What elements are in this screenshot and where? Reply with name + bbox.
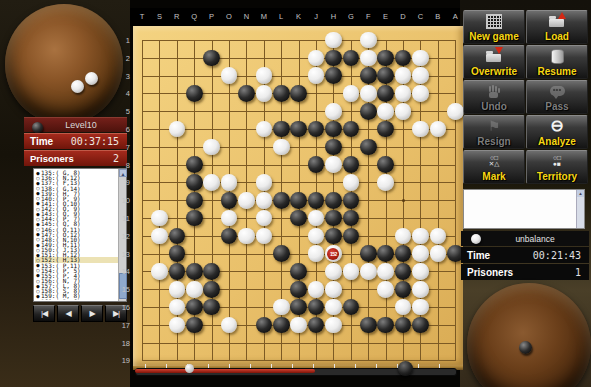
white-stone-C16 — [412, 299, 429, 316]
black-stone-J16 — [308, 299, 325, 316]
black-stone-E13 — [377, 245, 394, 262]
white-stone-M4 — [256, 85, 273, 102]
scrubber-tick — [355, 364, 356, 368]
black-stone-H12 — [325, 228, 342, 245]
grid-line — [142, 343, 456, 344]
white-stone-L7 — [273, 139, 290, 156]
white-stone-C15 — [412, 281, 429, 298]
resume-label: Resume — [527, 66, 587, 77]
column-label-M: M — [259, 12, 269, 21]
action-button-grid: New gameLoadOverwriteResumeUndo•••Pass⚑R… — [463, 10, 588, 184]
time-value: 00:21:43 — [533, 250, 589, 261]
white-stone-C14 — [412, 263, 429, 280]
move-list-item-160[interactable]: ○160:( P, 6) — [35, 299, 118, 300]
black-stone-O12 — [221, 228, 238, 245]
territory-icon: ○□ ●■ — [527, 152, 587, 170]
white-stone-M6 — [256, 121, 273, 138]
black-stone-E17 — [377, 317, 394, 334]
analyze-label: Analyze — [527, 136, 587, 147]
white-stone-C12 — [412, 228, 429, 245]
white-stone-R17 — [169, 317, 186, 334]
row-label-12: 12 — [118, 232, 130, 241]
row-label-8: 8 — [118, 161, 130, 170]
nav-next-button[interactable]: ▶ — [81, 305, 103, 322]
row-label-7: 7 — [118, 143, 130, 152]
resume-button[interactable]: Resume — [526, 45, 588, 79]
row-label-16: 16 — [118, 303, 130, 312]
scrubber-tick — [271, 364, 272, 368]
black-stone-D17 — [395, 317, 412, 334]
black-stone-G10 — [343, 192, 360, 209]
column-label-F: F — [363, 12, 373, 21]
row-label-1: 1 — [118, 36, 130, 45]
white-stone-S12 — [151, 228, 168, 245]
black-stone-H6 — [325, 121, 342, 138]
black-stone-H11 — [325, 210, 342, 227]
white-stone-H5 — [325, 103, 342, 120]
white-stone-J11 — [308, 210, 325, 227]
white-stone-B12 — [430, 228, 447, 245]
black-stone-P16 — [203, 299, 220, 316]
black-stone-D14 — [395, 263, 412, 280]
black-stone-K4 — [290, 85, 307, 102]
info-box-scrollbar[interactable]: ▲ — [576, 190, 584, 228]
scrubber-tick — [208, 364, 209, 368]
white-stone-in-bowl — [85, 72, 98, 85]
row-label-17: 17 — [118, 321, 130, 330]
scroll-up-icon[interactable]: ▲ — [119, 169, 127, 177]
black-stone-R12 — [169, 228, 186, 245]
black-stone-L4 — [273, 85, 290, 102]
black-stone-H7 — [325, 139, 342, 156]
black-stone-G6 — [343, 121, 360, 138]
white-stone-L16 — [273, 299, 290, 316]
black-stone-K10 — [290, 192, 307, 209]
black-stone-Q10 — [186, 192, 203, 209]
white-stone-S11 — [151, 210, 168, 227]
scrubber-tick — [166, 364, 167, 368]
black-stone-Q8 — [186, 156, 203, 173]
black-stone-G12 — [343, 228, 360, 245]
board-column-labels: TSRQPONMLKJHGFEDCBA — [130, 8, 460, 26]
black-stone-C17 — [412, 317, 429, 334]
scroll-up-icon[interactable]: ▲ — [577, 190, 584, 197]
nav-first-button[interactable]: |◀ — [33, 305, 55, 322]
white-stone-K17 — [290, 317, 307, 334]
level-label: Level10 — [35, 120, 127, 130]
black-stone-P14 — [203, 263, 220, 280]
white-stone-bowl — [5, 4, 123, 124]
white-stone-M10 — [256, 192, 273, 209]
row-label-13: 13 — [118, 250, 130, 259]
white-stone-E15 — [377, 281, 394, 298]
white-stone-C3 — [412, 67, 429, 84]
undo-label: Undo — [464, 101, 524, 112]
black-stone-J10 — [308, 192, 325, 209]
black-stone-E8 — [377, 156, 394, 173]
white-stone-R16 — [169, 299, 186, 316]
white-stone-D4 — [395, 85, 412, 102]
last-move-marker: 152 — [327, 248, 339, 260]
white-stone-Q15 — [186, 281, 203, 298]
white-stone-C2 — [412, 50, 429, 67]
row-label-9: 9 — [118, 178, 130, 187]
resign-button: ⚑Resign — [463, 115, 525, 149]
column-label-A: A — [450, 12, 460, 21]
row-label-19: 19 — [118, 356, 130, 365]
black-stone-G11 — [343, 210, 360, 227]
row-label-6: 6 — [118, 125, 130, 134]
black-stone-R13 — [169, 245, 186, 262]
black-stone-E3 — [377, 67, 394, 84]
black-stone-G8 — [343, 156, 360, 173]
white-stone-D5 — [395, 103, 412, 120]
black-stone-J17 — [308, 317, 325, 334]
scrubber-tick — [439, 364, 440, 368]
black-stone-in-bowl — [519, 341, 532, 354]
black-stone-Q4 — [186, 85, 203, 102]
black-stone-L10 — [273, 192, 290, 209]
white-stone-J3 — [308, 67, 325, 84]
black-stone-O10 — [221, 192, 238, 209]
black-stone-E6 — [377, 121, 394, 138]
white-stone-F4 — [360, 85, 377, 102]
black-stone-icon — [32, 122, 43, 133]
black-stone-Q16 — [186, 299, 203, 316]
white-stone-B13 — [430, 245, 447, 262]
black-stone-K14 — [290, 263, 307, 280]
white-stone-R6 — [169, 121, 186, 138]
white-stone-H15 — [325, 281, 342, 298]
scrubber-tick — [229, 364, 230, 368]
move-list[interactable]: ●135:( G, 8)○136:( N,12)●137:( F,13)○138… — [33, 168, 127, 302]
white-player-label: unbalance — [481, 234, 589, 244]
column-label-T: T — [137, 12, 147, 21]
white-stone-R15 — [169, 281, 186, 298]
white-stone-D16 — [395, 299, 412, 316]
white-stone-J2 — [308, 50, 325, 67]
white-stone-O17 — [221, 317, 238, 334]
white-stone-O11 — [221, 210, 238, 227]
white-player-bar: unbalance — [461, 231, 589, 246]
white-stone-F14 — [360, 263, 377, 280]
white-stone-H14 — [325, 263, 342, 280]
pass-icon: ••• — [527, 82, 587, 100]
white-stone-in-bowl — [71, 80, 84, 93]
row-label-5: 5 — [118, 107, 130, 116]
column-label-C: C — [415, 12, 425, 21]
white-stone-B6 — [430, 121, 447, 138]
black-stone-G16 — [343, 299, 360, 316]
prisoners-value: 1 — [575, 267, 589, 278]
white-stone-H8 — [325, 156, 342, 173]
time-label: Time — [461, 250, 490, 261]
mark-button[interactable]: ○□ ✕△Mark — [463, 150, 525, 184]
column-label-Q: Q — [189, 12, 199, 21]
white-stone-C4 — [412, 85, 429, 102]
black-stone-F7 — [360, 139, 377, 156]
column-label-K: K — [294, 12, 304, 21]
scrubber-tick — [313, 364, 314, 368]
mark-label: Mark — [464, 171, 524, 182]
black-stone-Q11 — [186, 210, 203, 227]
black-stone-G2 — [343, 50, 360, 67]
territory-button[interactable]: ○□ ●■Territory — [526, 150, 588, 184]
white-stone-S14 — [151, 263, 168, 280]
star-point — [402, 199, 405, 202]
white-stone-D3 — [395, 67, 412, 84]
black-prisoners-bar: Prisoners 2 — [24, 150, 127, 166]
info-list-box[interactable]: ▲ — [463, 189, 585, 229]
white-stone-O3 — [221, 67, 238, 84]
black-stone-K16 — [290, 299, 307, 316]
analyze-icon: ⊖ — [527, 117, 587, 135]
move-list-rows: ●135:( G, 8)○136:( N,12)●137:( F,13)○138… — [35, 170, 118, 300]
black-stone-N4 — [238, 85, 255, 102]
white-stone-M9 — [256, 174, 273, 191]
black-stone-D15 — [395, 281, 412, 298]
column-label-L: L — [276, 12, 286, 21]
black-stone-D13 — [395, 245, 412, 262]
new-game-icon — [464, 12, 524, 30]
white-stone-F1 — [360, 32, 377, 49]
resume-icon — [527, 47, 587, 65]
black-stone-Q17 — [186, 317, 203, 334]
go-board[interactable]: 152 — [133, 26, 463, 366]
column-label-H: H — [328, 12, 338, 21]
prisoners-label: Prisoners — [24, 153, 74, 164]
column-label-S: S — [154, 12, 164, 21]
load-button[interactable]: Load — [526, 10, 588, 44]
row-label-4: 4 — [118, 89, 130, 98]
white-stone-O9 — [221, 174, 238, 191]
load-label: Load — [527, 31, 587, 42]
black-stone-J8 — [308, 156, 325, 173]
column-label-P: P — [207, 12, 217, 21]
black-stone-Q9 — [186, 174, 203, 191]
pass-button: •••Pass — [526, 80, 588, 114]
black-stone-J6 — [308, 121, 325, 138]
row-label-2: 2 — [118, 54, 130, 63]
white-stone-H17 — [325, 317, 342, 334]
row-label-14: 14 — [118, 267, 130, 276]
new-game-label: New game — [464, 31, 524, 42]
grid-line — [455, 40, 456, 360]
scrubber-tick — [418, 364, 419, 368]
black-stone-Q14 — [186, 263, 203, 280]
territory-label: Territory — [527, 171, 587, 182]
row-label-15: 15 — [118, 285, 130, 294]
black-stone-H3 — [325, 67, 342, 84]
scrubber-progress — [135, 369, 315, 373]
white-stone-H16 — [325, 299, 342, 316]
white-stone-C6 — [412, 121, 429, 138]
white-stone-E9 — [377, 174, 394, 191]
column-label-O: O — [224, 12, 234, 21]
undo-button: Undo — [463, 80, 525, 114]
black-stone-F13 — [360, 245, 377, 262]
row-label-10: 10 — [118, 196, 130, 205]
scrubber-knob[interactable] — [398, 361, 413, 376]
column-label-N: N — [241, 12, 251, 21]
scrubber-tick — [250, 364, 251, 368]
row-label-18: 18 — [118, 339, 130, 348]
column-label-D: D — [398, 12, 408, 21]
move-text: 160:( P, 6) — [41, 298, 81, 300]
undo-icon — [464, 82, 524, 100]
overwrite-icon — [464, 47, 524, 65]
game-progress-scrubber[interactable] — [133, 361, 460, 379]
resign-label: Resign — [464, 136, 524, 147]
white-stone-D12 — [395, 228, 412, 245]
black-time-bar: Time 00:37:15 — [24, 133, 127, 149]
resign-icon: ⚑ — [464, 117, 524, 135]
scrubber-tick — [376, 364, 377, 368]
scrubber-tick — [334, 364, 335, 368]
black-stone-F17 — [360, 317, 377, 334]
black-stone-K11 — [290, 210, 307, 227]
black-player-level-bar: Level10 — [24, 117, 127, 132]
mark-icon: ○□ ✕△ — [464, 152, 524, 170]
white-stone-G9 — [343, 174, 360, 191]
black-stone-R14 — [169, 263, 186, 280]
black-stone-K15 — [290, 281, 307, 298]
white-stone-P7 — [203, 139, 220, 156]
white-time-bar: Time 00:21:43 — [461, 247, 589, 263]
column-label-G: G — [346, 12, 356, 21]
grid-line — [438, 40, 439, 360]
overwrite-label: Overwrite — [464, 66, 524, 77]
overwrite-button[interactable]: Overwrite — [463, 45, 525, 79]
column-label-R: R — [172, 12, 182, 21]
new-game-button[interactable]: New game — [463, 10, 525, 44]
scrubber-white-marker[interactable] — [185, 364, 194, 373]
black-stone-H10 — [325, 192, 342, 209]
load-icon — [527, 12, 587, 30]
white-prisoners-bar: Prisoners 1 — [461, 264, 589, 280]
black-stone-H2 — [325, 50, 342, 67]
black-stone-L6 — [273, 121, 290, 138]
pass-label: Pass — [527, 101, 587, 112]
black-stone-F5 — [360, 103, 377, 120]
black-stone-F3 — [360, 67, 377, 84]
white-stone-A5 — [447, 103, 464, 120]
black-stone-L17 — [273, 317, 290, 334]
black-stone-K6 — [290, 121, 307, 138]
black-stone-E2 — [377, 50, 394, 67]
column-label-B: B — [433, 12, 443, 21]
black-stone-P15 — [203, 281, 220, 298]
white-stone-H1 — [325, 32, 342, 49]
black-stone-E4 — [377, 85, 394, 102]
white-stone-M11 — [256, 210, 273, 227]
white-stone-G14 — [343, 263, 360, 280]
scrubber-tick — [292, 364, 293, 368]
prisoners-label: Prisoners — [461, 267, 513, 278]
black-stone-P2 — [203, 50, 220, 67]
white-stone-M3 — [256, 67, 273, 84]
white-stone-M12 — [256, 228, 273, 245]
row-label-11: 11 — [118, 214, 130, 223]
white-stone-G4 — [343, 85, 360, 102]
time-label: Time — [24, 136, 53, 147]
black-stone-D2 — [395, 50, 412, 67]
nav-prev-button[interactable]: ◀ — [57, 305, 79, 322]
white-stone-J15 — [308, 281, 325, 298]
white-stone-J12 — [308, 228, 325, 245]
white-stone-P9 — [203, 174, 220, 191]
black-stone-M17 — [256, 317, 273, 334]
white-stone-F2 — [360, 50, 377, 67]
row-label-3: 3 — [118, 72, 130, 81]
white-stone-C13 — [412, 245, 429, 262]
white-stone-icon — [471, 234, 481, 244]
white-stone-E14 — [377, 263, 394, 280]
white-stone-N12 — [238, 228, 255, 245]
white-stone-J13 — [308, 245, 325, 262]
white-stone-E5 — [377, 103, 394, 120]
column-label-E: E — [381, 12, 391, 21]
white-stone-N10 — [238, 192, 255, 209]
scrubber-tick — [145, 364, 146, 368]
analyze-button[interactable]: ⊖Analyze — [526, 115, 588, 149]
column-label-J: J — [311, 12, 321, 21]
black-stone-L13 — [273, 245, 290, 262]
